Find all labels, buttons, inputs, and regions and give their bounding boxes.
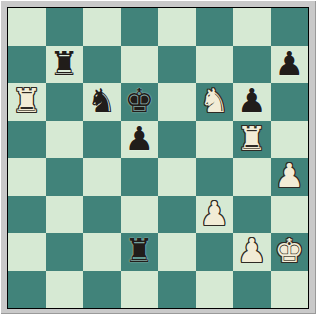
- black-rook-d2[interactable]: ♜: [124, 234, 154, 267]
- chess-board: ♜♟♜♞♚♞♟♟♜♟♟♜♟♚: [7, 7, 309, 309]
- black-knight-c6[interactable]: ♞: [87, 84, 117, 117]
- square-d1[interactable]: [121, 271, 159, 309]
- square-e7[interactable]: [158, 46, 196, 84]
- square-h3[interactable]: [271, 196, 309, 234]
- square-g7[interactable]: [233, 46, 271, 84]
- square-d6[interactable]: ♚: [121, 83, 159, 121]
- square-a6[interactable]: ♜: [8, 83, 46, 121]
- square-d8[interactable]: [121, 8, 159, 46]
- square-e8[interactable]: [158, 8, 196, 46]
- square-f4[interactable]: [196, 158, 234, 196]
- square-c5[interactable]: [83, 121, 121, 159]
- square-h8[interactable]: [271, 8, 309, 46]
- square-b4[interactable]: [46, 158, 84, 196]
- square-h7[interactable]: ♟: [271, 46, 309, 84]
- square-f6[interactable]: ♞: [196, 83, 234, 121]
- square-b6[interactable]: [46, 83, 84, 121]
- square-f8[interactable]: [196, 8, 234, 46]
- square-a1[interactable]: [8, 271, 46, 309]
- square-a3[interactable]: [8, 196, 46, 234]
- white-pawn-g2[interactable]: ♟: [237, 234, 267, 267]
- square-b1[interactable]: [46, 271, 84, 309]
- square-e4[interactable]: [158, 158, 196, 196]
- chess-app-window: ♜♟♜♞♚♞♟♟♜♟♟♜♟♚: [0, 0, 316, 314]
- white-rook-a6[interactable]: ♜: [12, 84, 42, 117]
- white-knight-f6[interactable]: ♞: [199, 84, 229, 117]
- square-b2[interactable]: [46, 233, 84, 271]
- square-g3[interactable]: [233, 196, 271, 234]
- square-a4[interactable]: [8, 158, 46, 196]
- square-f1[interactable]: [196, 271, 234, 309]
- square-c3[interactable]: [83, 196, 121, 234]
- white-king-h2[interactable]: ♚: [274, 234, 304, 267]
- square-g2[interactable]: ♟: [233, 233, 271, 271]
- black-rook-b7[interactable]: ♜: [49, 47, 79, 80]
- black-pawn-d5[interactable]: ♟: [124, 122, 154, 155]
- square-c7[interactable]: [83, 46, 121, 84]
- square-d7[interactable]: [121, 46, 159, 84]
- black-pawn-g6[interactable]: ♟: [237, 84, 267, 117]
- square-f5[interactable]: [196, 121, 234, 159]
- square-h5[interactable]: [271, 121, 309, 159]
- square-c6[interactable]: ♞: [83, 83, 121, 121]
- square-a2[interactable]: [8, 233, 46, 271]
- square-a8[interactable]: [8, 8, 46, 46]
- square-g1[interactable]: [233, 271, 271, 309]
- square-a7[interactable]: [8, 46, 46, 84]
- white-pawn-h4[interactable]: ♟: [274, 159, 304, 192]
- square-g6[interactable]: ♟: [233, 83, 271, 121]
- square-b7[interactable]: ♜: [46, 46, 84, 84]
- square-g4[interactable]: [233, 158, 271, 196]
- square-c1[interactable]: [83, 271, 121, 309]
- square-d3[interactable]: [121, 196, 159, 234]
- square-e5[interactable]: [158, 121, 196, 159]
- square-e1[interactable]: [158, 271, 196, 309]
- square-d4[interactable]: [121, 158, 159, 196]
- square-b8[interactable]: [46, 8, 84, 46]
- square-h4[interactable]: ♟: [271, 158, 309, 196]
- square-b5[interactable]: [46, 121, 84, 159]
- white-pawn-f3[interactable]: ♟: [199, 197, 229, 230]
- square-d5[interactable]: ♟: [121, 121, 159, 159]
- square-a5[interactable]: [8, 121, 46, 159]
- square-h2[interactable]: ♚: [271, 233, 309, 271]
- square-h1[interactable]: [271, 271, 309, 309]
- white-rook-g5[interactable]: ♜: [237, 122, 267, 155]
- square-c8[interactable]: [83, 8, 121, 46]
- square-c2[interactable]: [83, 233, 121, 271]
- square-e6[interactable]: [158, 83, 196, 121]
- square-f7[interactable]: [196, 46, 234, 84]
- square-f2[interactable]: [196, 233, 234, 271]
- square-c4[interactable]: [83, 158, 121, 196]
- square-h6[interactable]: [271, 83, 309, 121]
- square-d2[interactable]: ♜: [121, 233, 159, 271]
- black-pawn-h7[interactable]: ♟: [274, 47, 304, 80]
- square-f3[interactable]: ♟: [196, 196, 234, 234]
- square-g5[interactable]: ♜: [233, 121, 271, 159]
- square-b3[interactable]: [46, 196, 84, 234]
- square-g8[interactable]: [233, 8, 271, 46]
- black-king-d6[interactable]: ♚: [124, 84, 154, 117]
- square-e3[interactable]: [158, 196, 196, 234]
- square-e2[interactable]: [158, 233, 196, 271]
